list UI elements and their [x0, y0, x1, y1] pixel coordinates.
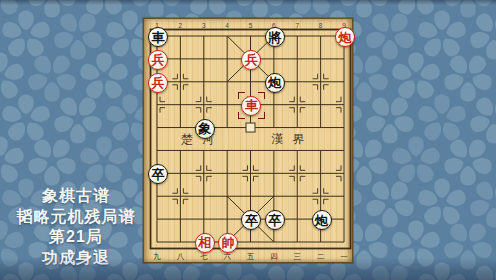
- flower-icon: [208, 261, 260, 280]
- flower-icon: [156, 261, 208, 280]
- piece-glyph: 炮: [338, 31, 351, 44]
- flower-icon: [260, 261, 312, 280]
- flower-icon: [468, 261, 496, 280]
- flower-icon: [312, 261, 364, 280]
- piece-black-soldier[interactable]: 卒: [265, 210, 285, 230]
- piece-red-general[interactable]: 帥: [218, 233, 238, 253]
- piece-black-general[interactable]: 將: [265, 27, 285, 47]
- flower-icon: [364, 261, 416, 280]
- piece-glyph: 卒: [151, 168, 164, 181]
- piece-red-chariot[interactable]: 車: [241, 96, 261, 116]
- piece-glyph: 炮: [315, 214, 328, 227]
- xiangqi-board: 楚 河 漢 界 123456789九八七六五四三二一 車將炮兵兵兵炮車象卒卒卒炮…: [143, 18, 353, 263]
- caption-game-title: 功成身退: [2, 248, 150, 269]
- piece-glyph: 卒: [268, 214, 281, 227]
- flower-icon: [416, 261, 468, 280]
- caption-book: 韬略元机残局谱: [2, 207, 150, 228]
- caption-game-number: 第21局: [2, 227, 150, 248]
- piece-red-elephant[interactable]: 相: [195, 233, 215, 253]
- piece-glyph: 將: [268, 31, 281, 44]
- piece-black-cannon[interactable]: 炮: [265, 73, 285, 93]
- piece-glyph: 象: [198, 122, 211, 135]
- piece-glyph: 兵: [245, 53, 258, 66]
- piece-glyph: 兵: [151, 76, 164, 89]
- piece-black-soldier[interactable]: 卒: [148, 164, 168, 184]
- piece-black-cannon[interactable]: 炮: [312, 210, 332, 230]
- piece-glyph: 炮: [268, 76, 281, 89]
- pieces-layer: 車將炮兵兵兵炮車象卒卒卒炮相帥: [146, 26, 356, 255]
- piece-glyph: 卒: [245, 214, 258, 227]
- caption-series: 象棋古谱: [2, 186, 150, 207]
- piece-black-elephant[interactable]: 象: [195, 119, 215, 139]
- piece-red-soldier[interactable]: 兵: [241, 50, 261, 70]
- piece-glyph: 相: [198, 236, 211, 249]
- piece-glyph: 車: [151, 31, 164, 44]
- video-frame: 象棋古谱 韬略元机残局谱 第21局 功成身退 楚 河 漢 界 123456789…: [0, 0, 496, 280]
- piece-black-soldier[interactable]: 卒: [241, 210, 261, 230]
- piece-glyph: 帥: [222, 236, 235, 249]
- caption-block: 象棋古谱 韬略元机残局谱 第21局 功成身退: [2, 186, 150, 268]
- piece-glyph: 車: [245, 99, 258, 112]
- piece-black-chariot[interactable]: 車: [148, 27, 168, 47]
- piece-red-soldier[interactable]: 兵: [148, 50, 168, 70]
- piece-red-soldier[interactable]: 兵: [148, 73, 168, 93]
- piece-red-cannon[interactable]: 炮: [335, 27, 355, 47]
- piece-glyph: 兵: [151, 53, 164, 66]
